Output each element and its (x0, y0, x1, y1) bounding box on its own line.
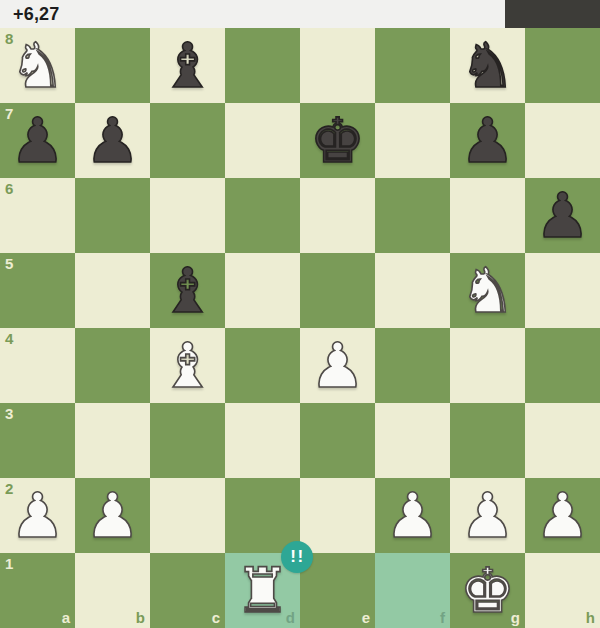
black-pawn-icon[interactable]: ♟ (525, 178, 600, 253)
rank-label-6: 6 (5, 180, 13, 197)
square-e8[interactable] (300, 28, 375, 103)
square-f6[interactable] (375, 178, 450, 253)
file-label-b: b (136, 609, 145, 626)
square-b8[interactable] (75, 28, 150, 103)
square-g3[interactable] (450, 403, 525, 478)
black-pawn-icon[interactable]: ♟ (450, 103, 525, 178)
square-a2[interactable]: 2♟ (0, 478, 75, 553)
square-d3[interactable] (225, 403, 300, 478)
square-h3[interactable] (525, 403, 600, 478)
square-h6[interactable]: ♟ (525, 178, 600, 253)
square-h7[interactable] (525, 103, 600, 178)
square-f7[interactable] (375, 103, 450, 178)
square-g7[interactable]: ♟ (450, 103, 525, 178)
square-f1[interactable]: f (375, 553, 450, 628)
square-e5[interactable] (300, 253, 375, 328)
square-g1[interactable]: g♚ (450, 553, 525, 628)
square-d6[interactable] (225, 178, 300, 253)
white-pawn-icon[interactable]: ♟ (450, 478, 525, 553)
square-e4[interactable]: ♟ (300, 328, 375, 403)
square-c7[interactable] (150, 103, 225, 178)
square-g2[interactable]: ♟ (450, 478, 525, 553)
square-e6[interactable] (300, 178, 375, 253)
rank-label-5: 5 (5, 255, 13, 272)
white-pawn-icon[interactable]: ♟ (75, 478, 150, 553)
square-d8[interactable] (225, 28, 300, 103)
rank-label-1: 1 (5, 555, 13, 572)
eval-bar-white-section: +6,27 (0, 0, 505, 28)
square-d1[interactable]: d♜!! (225, 553, 300, 628)
square-f5[interactable] (375, 253, 450, 328)
square-b3[interactable] (75, 403, 150, 478)
file-label-a: a (62, 609, 70, 626)
square-a3[interactable]: 3 (0, 403, 75, 478)
square-f2[interactable]: ♟ (375, 478, 450, 553)
white-bishop-icon[interactable]: ♝ (150, 328, 225, 403)
square-h4[interactable] (525, 328, 600, 403)
white-pawn-icon[interactable]: ♟ (300, 328, 375, 403)
black-pawn-icon[interactable]: ♟ (75, 103, 150, 178)
square-c2[interactable] (150, 478, 225, 553)
rank-label-4: 4 (5, 330, 13, 347)
file-label-f: f (440, 609, 445, 626)
square-c4[interactable]: ♝ (150, 328, 225, 403)
square-c8[interactable]: ♝ (150, 28, 225, 103)
square-f8[interactable] (375, 28, 450, 103)
square-a7[interactable]: 7♟ (0, 103, 75, 178)
square-g4[interactable] (450, 328, 525, 403)
square-d7[interactable] (225, 103, 300, 178)
brilliant-move-symbol: !! (290, 547, 304, 567)
square-c1[interactable]: c (150, 553, 225, 628)
square-h5[interactable] (525, 253, 600, 328)
square-b1[interactable]: b (75, 553, 150, 628)
square-e2[interactable] (300, 478, 375, 553)
square-c6[interactable] (150, 178, 225, 253)
square-d4[interactable] (225, 328, 300, 403)
black-bishop-icon[interactable]: ♝ (150, 28, 225, 103)
white-pawn-icon[interactable]: ♟ (525, 478, 600, 553)
square-g8[interactable]: ♞ (450, 28, 525, 103)
eval-score: +6,27 (0, 4, 60, 25)
square-g6[interactable] (450, 178, 525, 253)
square-b4[interactable] (75, 328, 150, 403)
square-b6[interactable] (75, 178, 150, 253)
square-a8[interactable]: 8♞ (0, 28, 75, 103)
file-label-e: e (362, 609, 370, 626)
rank-label-3: 3 (5, 405, 13, 422)
eval-bar-black-section (505, 0, 600, 28)
file-label-c: c (212, 609, 220, 626)
square-a5[interactable]: 5 (0, 253, 75, 328)
square-g5[interactable]: ♞ (450, 253, 525, 328)
square-c5[interactable]: ♝ (150, 253, 225, 328)
black-bishop-icon[interactable]: ♝ (150, 253, 225, 328)
white-pawn-icon[interactable]: ♟ (375, 478, 450, 553)
square-d5[interactable] (225, 253, 300, 328)
black-king-icon[interactable]: ♚ (300, 103, 375, 178)
square-h1[interactable]: h (525, 553, 600, 628)
file-label-g: g (511, 609, 520, 626)
square-e7[interactable]: ♚ (300, 103, 375, 178)
square-e3[interactable] (300, 403, 375, 478)
square-h2[interactable]: ♟ (525, 478, 600, 553)
black-knight-icon[interactable]: ♞ (450, 28, 525, 103)
board: 8♞♝♞7♟♟♚♟6♟5♝♞4♝♟32♟♟♟♟♟1abcd♜!!efg♚h (0, 28, 600, 628)
square-b2[interactable]: ♟ (75, 478, 150, 553)
file-label-h: h (586, 609, 595, 626)
brilliant-move-badge-icon: !! (281, 541, 313, 573)
square-a6[interactable]: 6 (0, 178, 75, 253)
rank-label-7: 7 (5, 105, 13, 122)
white-knight-icon[interactable]: ♞ (450, 253, 525, 328)
file-label-d: d (286, 609, 295, 626)
square-f3[interactable] (375, 403, 450, 478)
square-b7[interactable]: ♟ (75, 103, 150, 178)
rank-label-8: 8 (5, 30, 13, 47)
eval-bar: +6,27 (0, 0, 600, 28)
square-a1[interactable]: 1a (0, 553, 75, 628)
square-a4[interactable]: 4 (0, 328, 75, 403)
square-h8[interactable] (525, 28, 600, 103)
square-f4[interactable] (375, 328, 450, 403)
square-b5[interactable] (75, 253, 150, 328)
square-c3[interactable] (150, 403, 225, 478)
rank-label-2: 2 (5, 480, 13, 497)
